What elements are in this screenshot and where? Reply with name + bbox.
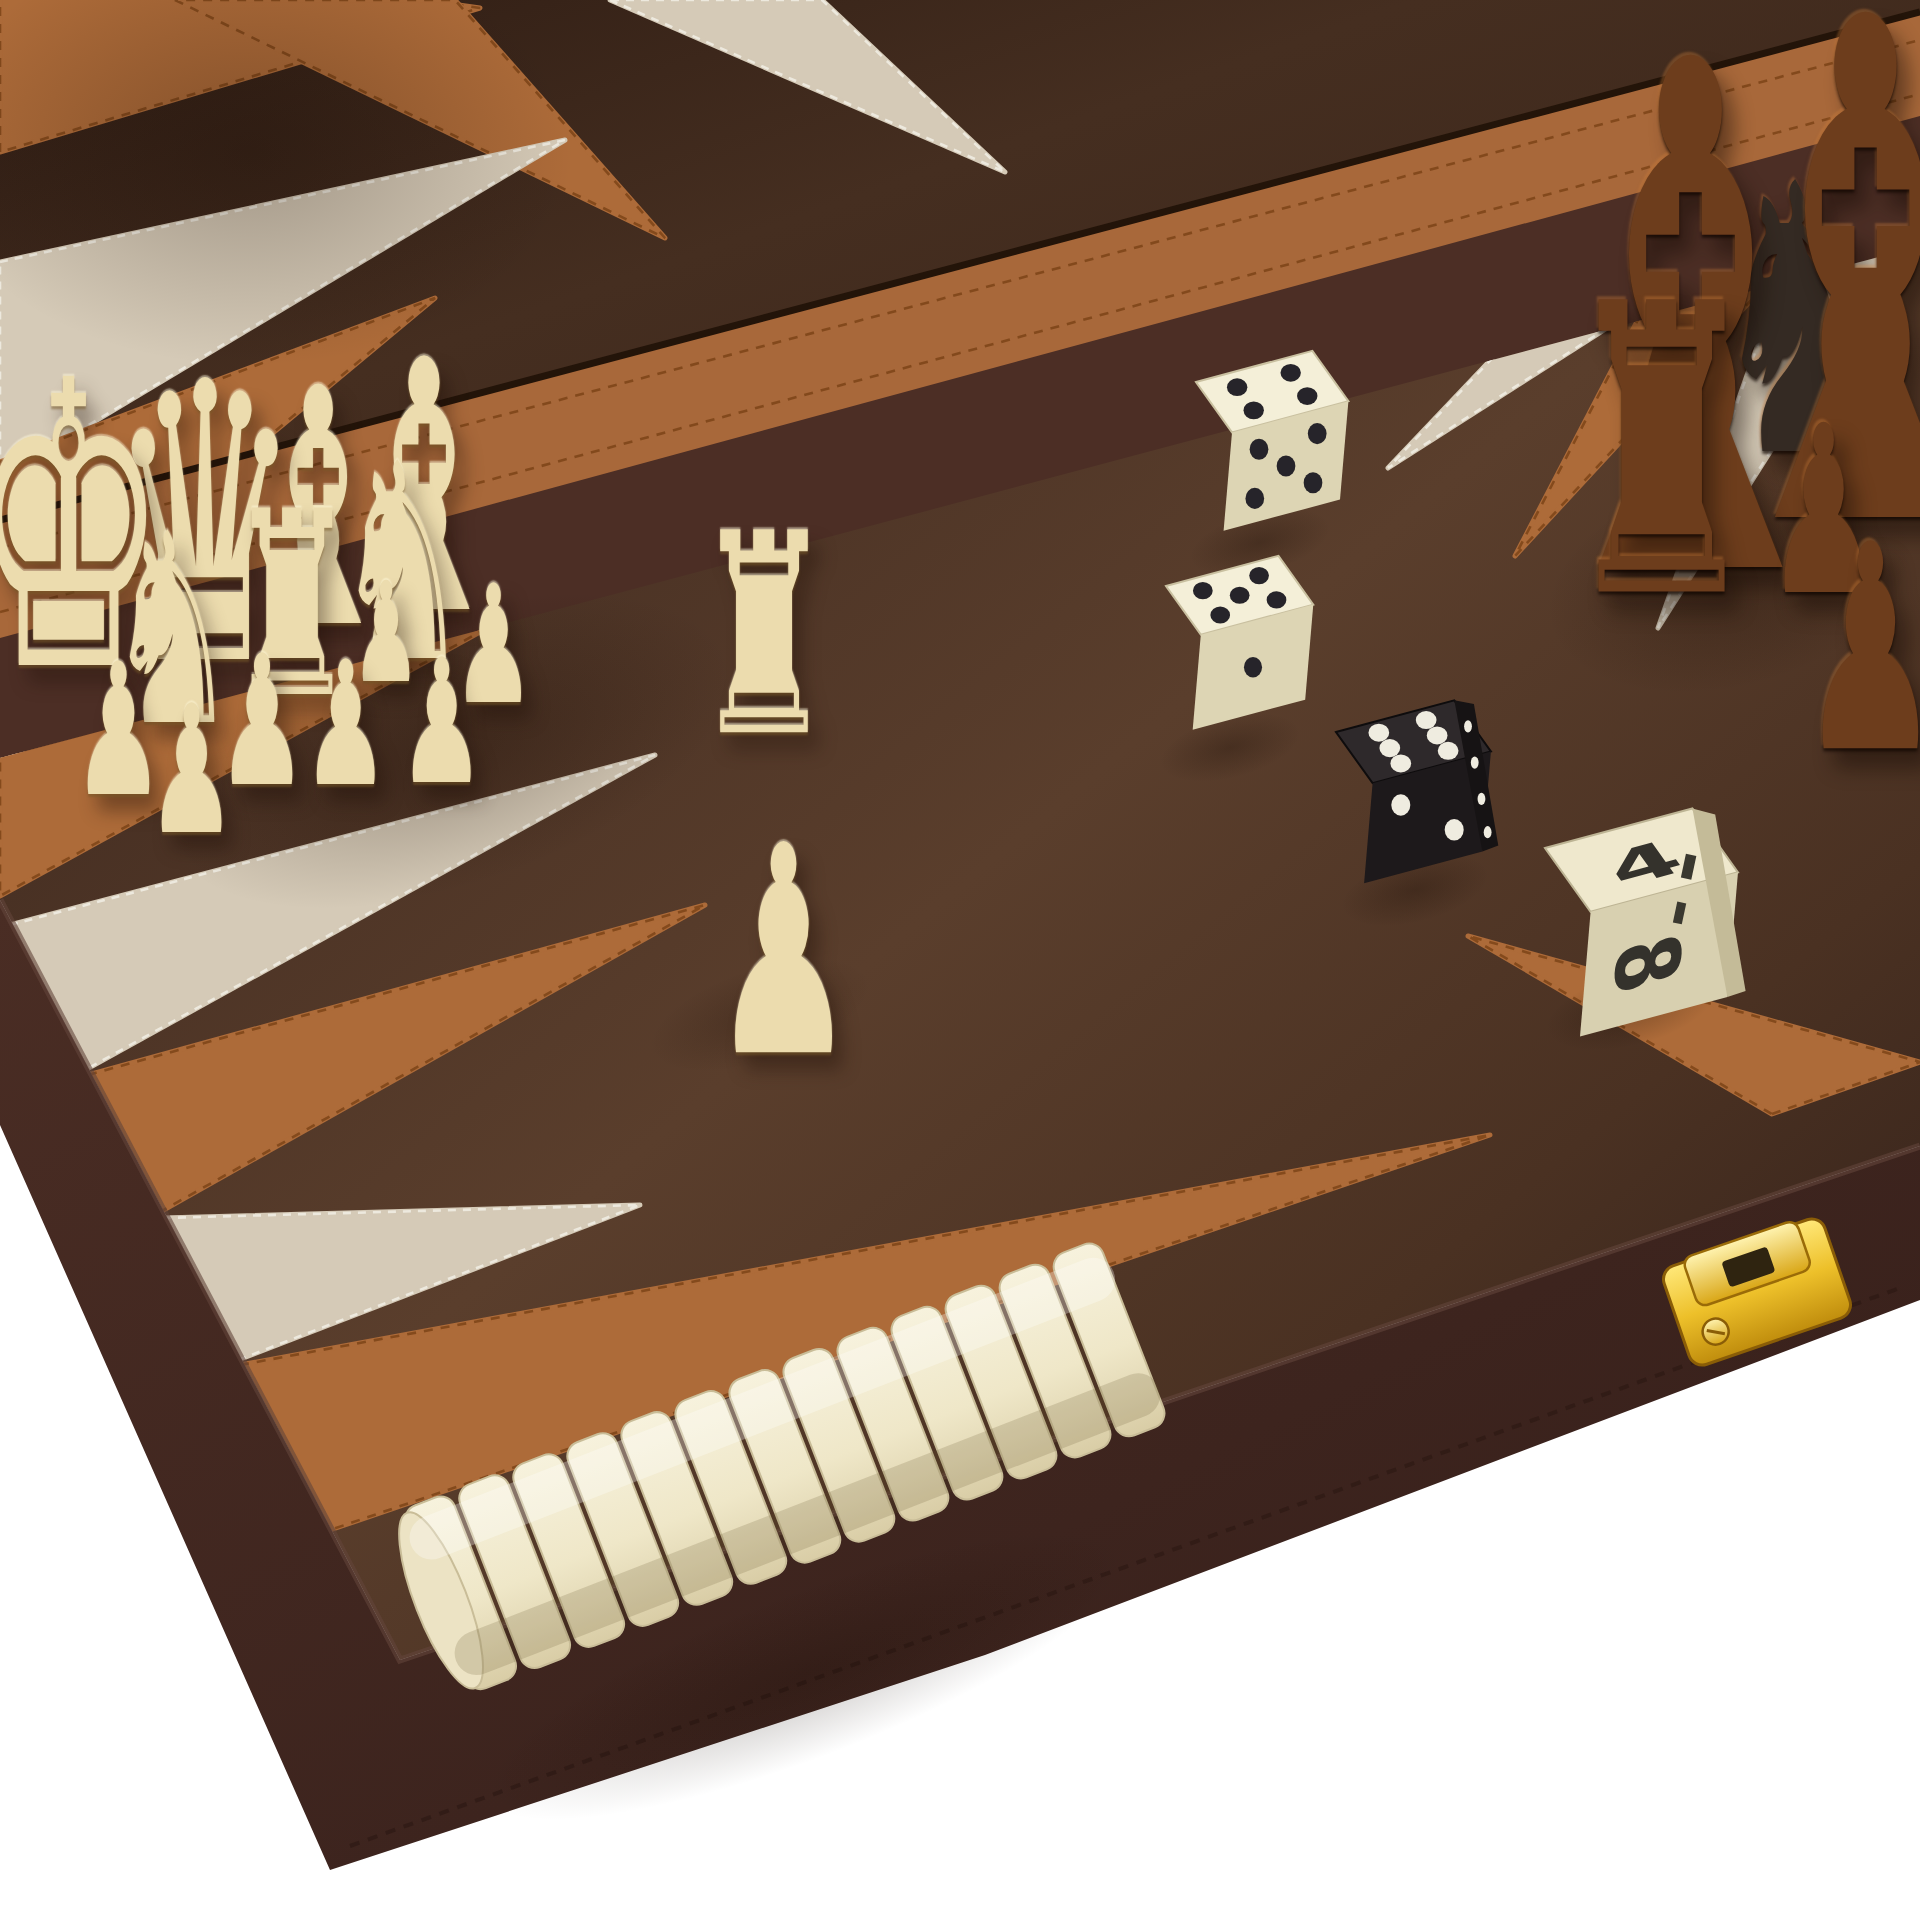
cream-rook: ♜ [624, 534, 904, 734]
chess-pieces: ♚♛♝♝♞♜♞♜♟♟♟♟♟♟♟♟♝♝♞♜♟♟ [0, 0, 1920, 1920]
cream-pawn: ♟ [259, 662, 433, 786]
cream-knight: ♞ [265, 464, 539, 660]
walnut-knight: ♞ [1614, 186, 1920, 454]
cream-knight: ♞ [39, 534, 305, 724]
cream-bishop: ♝ [249, 362, 599, 612]
cream-pawn: ♟ [26, 664, 211, 796]
cream-pawn: ♟ [638, 846, 929, 1054]
cream-pawn: ♟ [411, 586, 576, 704]
cream-pawn: ♟ [316, 582, 456, 682]
cream-king: ♚ [0, 383, 268, 668]
cream-rook: ♜ [163, 512, 421, 696]
walnut-pawn: ♟ [1706, 426, 1920, 594]
cream-pawn: ♟ [355, 660, 529, 784]
cream-pawn: ♟ [171, 656, 353, 786]
cream-pawn: ♟ [102, 706, 281, 834]
backgammon-suitcase-photo: 48 ♚♛♝♝♞♜♞♜♟♟♟♟♟♟♟♟♝♝♞♜♟♟ [0, 0, 1920, 1920]
walnut-bishop: ♝ [1517, 24, 1920, 522]
walnut-rook: ♜ [1460, 306, 1863, 594]
walnut-bishop: ♝ [1337, 67, 1920, 572]
cream-bishop: ♝ [153, 390, 483, 626]
cream-queen: ♛ [10, 384, 399, 662]
walnut-pawn: ♟ [1727, 545, 1920, 750]
